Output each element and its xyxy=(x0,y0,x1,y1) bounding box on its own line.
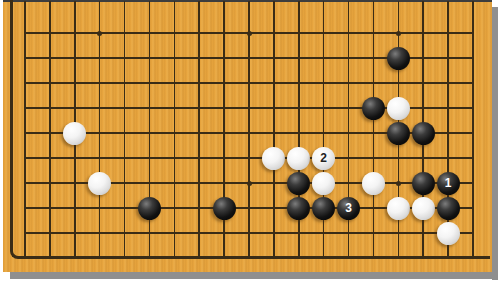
stone-black[interactable] xyxy=(138,197,161,220)
stone-move-number: 2 xyxy=(320,152,327,164)
stone-black[interactable] xyxy=(287,172,310,195)
stone-white[interactable] xyxy=(88,172,111,195)
stone-white[interactable] xyxy=(412,197,435,220)
stone-white[interactable] xyxy=(262,147,285,170)
go-diagram: 213 xyxy=(0,0,500,285)
stone-white[interactable] xyxy=(362,172,385,195)
star-point xyxy=(396,181,401,186)
stone-black[interactable] xyxy=(412,122,435,145)
stone-black[interactable] xyxy=(412,172,435,195)
stone-white[interactable] xyxy=(387,197,410,220)
board-shadow-right xyxy=(492,7,498,280)
stone-black[interactable] xyxy=(287,197,310,220)
stone-white-move-2[interactable]: 2 xyxy=(312,147,335,170)
stone-black[interactable] xyxy=(437,197,460,220)
stone-move-number: 1 xyxy=(445,177,452,189)
stone-black-move-3[interactable]: 3 xyxy=(337,197,360,220)
stone-black-move-1[interactable]: 1 xyxy=(437,172,460,195)
star-point xyxy=(247,31,252,36)
stone-black[interactable] xyxy=(362,97,385,120)
stone-move-number: 3 xyxy=(345,202,352,214)
stone-black[interactable] xyxy=(213,197,236,220)
star-point xyxy=(396,31,401,36)
stone-black[interactable] xyxy=(387,122,410,145)
star-point xyxy=(247,181,252,186)
stone-white[interactable] xyxy=(287,147,310,170)
star-point xyxy=(97,31,102,36)
stone-white[interactable] xyxy=(387,97,410,120)
stone-black[interactable] xyxy=(312,197,335,220)
stone-white[interactable] xyxy=(63,122,86,145)
board-shadow-bottom xyxy=(10,272,498,279)
stone-black[interactable] xyxy=(387,47,410,70)
stone-white[interactable] xyxy=(437,222,460,245)
stone-white[interactable] xyxy=(312,172,335,195)
